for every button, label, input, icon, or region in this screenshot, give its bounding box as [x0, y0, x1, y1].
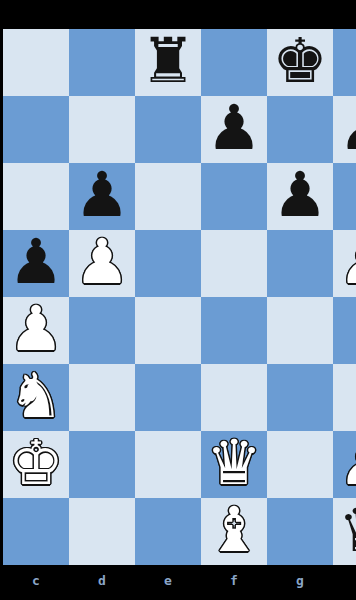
piece-black-pawn-g6[interactable]: ♟: [272, 164, 328, 226]
square-e8[interactable]: ♜: [135, 29, 201, 96]
square-e7[interactable]: [135, 96, 201, 163]
square-g5[interactable]: [267, 230, 333, 297]
piece-white-bishop-f1[interactable]: ♝: [206, 499, 262, 561]
piece-white-pawn-h5[interactable]: ♟: [338, 231, 356, 293]
piece-black-king-g8[interactable]: ♚: [272, 30, 328, 92]
square-f6[interactable]: [201, 163, 267, 230]
square-f2[interactable]: ♛: [201, 431, 267, 498]
square-g6[interactable]: ♟: [267, 163, 333, 230]
file-label-f: f: [224, 573, 244, 588]
file-label-g: g: [290, 573, 310, 588]
square-e1[interactable]: [135, 498, 201, 565]
square-e3[interactable]: [135, 364, 201, 431]
square-h8[interactable]: [333, 29, 356, 96]
square-e4[interactable]: [135, 297, 201, 364]
square-c2[interactable]: ♚: [3, 431, 69, 498]
chess-board: ♜♚♟♟♟♟♟♟♟♟♞♚♛♟♝♛: [3, 29, 356, 565]
square-g1[interactable]: [267, 498, 333, 565]
square-c6[interactable]: [3, 163, 69, 230]
piece-black-rook-e8[interactable]: ♜: [140, 30, 196, 92]
square-c7[interactable]: [3, 96, 69, 163]
square-g4[interactable]: [267, 297, 333, 364]
top-bezel: [0, 0, 356, 29]
square-d3[interactable]: [69, 364, 135, 431]
square-d1[interactable]: [69, 498, 135, 565]
square-h1[interactable]: ♛: [333, 498, 356, 565]
piece-white-knight-c3[interactable]: ♞: [8, 365, 64, 427]
square-e6[interactable]: [135, 163, 201, 230]
square-c5[interactable]: ♟: [3, 230, 69, 297]
square-f5[interactable]: [201, 230, 267, 297]
square-h2[interactable]: ♟: [333, 431, 356, 498]
square-d5[interactable]: ♟: [69, 230, 135, 297]
square-f1[interactable]: ♝: [201, 498, 267, 565]
file-label-c: c: [26, 573, 46, 588]
square-d4[interactable]: [69, 297, 135, 364]
file-label-d: d: [92, 573, 112, 588]
square-e5[interactable]: [135, 230, 201, 297]
square-d8[interactable]: [69, 29, 135, 96]
square-e2[interactable]: [135, 431, 201, 498]
piece-black-pawn-f7[interactable]: ♟: [206, 97, 262, 159]
square-f3[interactable]: [201, 364, 267, 431]
square-c8[interactable]: [3, 29, 69, 96]
piece-white-pawn-c4[interactable]: ♟: [8, 298, 64, 360]
piece-black-queen-h1[interactable]: ♛: [338, 499, 356, 561]
board-grid: ♜♚♟♟♟♟♟♟♟♟♞♚♛♟♝♛: [3, 29, 356, 565]
square-h7[interactable]: ♟: [333, 96, 356, 163]
square-h6[interactable]: [333, 163, 356, 230]
square-d2[interactable]: [69, 431, 135, 498]
file-label-e: e: [158, 573, 178, 588]
piece-white-queen-f2[interactable]: ♛: [206, 432, 262, 494]
piece-black-pawn-h7[interactable]: ♟: [338, 97, 356, 159]
piece-white-pawn-d5[interactable]: ♟: [74, 231, 130, 293]
square-d6[interactable]: ♟: [69, 163, 135, 230]
piece-white-pawn-h2[interactable]: ♟: [338, 432, 356, 494]
square-g2[interactable]: [267, 431, 333, 498]
square-h4[interactable]: [333, 297, 356, 364]
square-c1[interactable]: [3, 498, 69, 565]
square-f4[interactable]: [201, 297, 267, 364]
square-d7[interactable]: [69, 96, 135, 163]
square-g8[interactable]: ♚: [267, 29, 333, 96]
piece-white-king-c2[interactable]: ♚: [8, 432, 64, 494]
square-f8[interactable]: [201, 29, 267, 96]
square-g7[interactable]: [267, 96, 333, 163]
square-c4[interactable]: ♟: [3, 297, 69, 364]
square-g3[interactable]: [267, 364, 333, 431]
square-h5[interactable]: ♟: [333, 230, 356, 297]
piece-black-pawn-c5[interactable]: ♟: [8, 231, 64, 293]
piece-black-pawn-d6[interactable]: ♟: [74, 164, 130, 226]
square-h3[interactable]: [333, 364, 356, 431]
square-c3[interactable]: ♞: [3, 364, 69, 431]
square-f7[interactable]: ♟: [201, 96, 267, 163]
